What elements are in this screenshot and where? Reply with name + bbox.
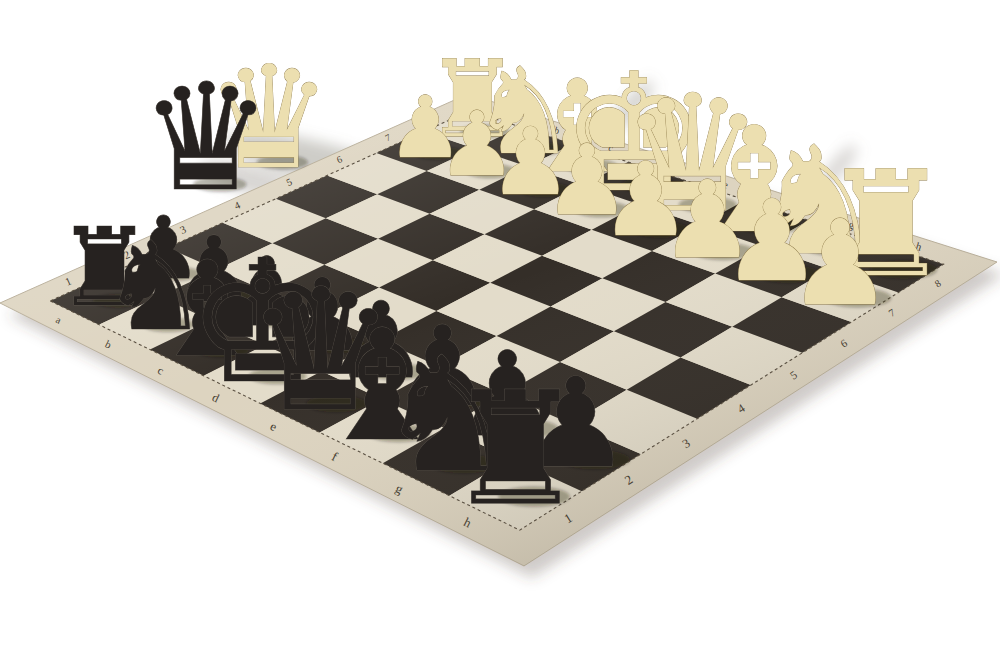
black-rook-h1: ♜ — [445, 358, 585, 540]
board-scene: aabbccddeeffgghh1122334455667788♜♞♟♛♝♟♛♚… — [0, 0, 1000, 656]
chess-set-photo: aabbccddeeffgghh1122334455667788♜♞♟♛♝♟♛♚… — [0, 0, 1000, 656]
cream-pawn-h7: ♟ — [787, 195, 893, 332]
